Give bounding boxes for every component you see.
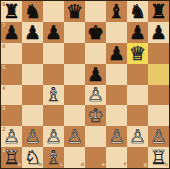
square-d1[interactable]: d	[64, 147, 85, 168]
black-pawn[interactable]: ♟	[150, 22, 167, 41]
square-h6[interactable]	[148, 43, 169, 64]
black-bishop[interactable]: ♝	[108, 1, 125, 20]
square-b6[interactable]	[22, 43, 43, 64]
square-e8[interactable]	[85, 1, 106, 22]
square-e2[interactable]	[85, 126, 106, 147]
square-e3[interactable]: ♔	[85, 105, 106, 126]
square-a5[interactable]: 5	[1, 64, 22, 85]
square-d2[interactable]: ♙	[64, 126, 85, 147]
square-h1[interactable]: h♖	[148, 147, 169, 168]
square-c7[interactable]: ♟	[43, 22, 64, 43]
rank-label-4: 4	[2, 86, 5, 91]
square-b2[interactable]: ♙	[22, 126, 43, 147]
square-h4[interactable]	[148, 85, 169, 106]
white-bishop[interactable]: ♗	[45, 85, 62, 104]
black-rook[interactable]: ♜	[3, 1, 20, 20]
white-pawn[interactable]: ♙	[87, 85, 104, 104]
square-b4[interactable]	[22, 85, 43, 106]
square-e4[interactable]: ♙	[85, 85, 106, 106]
square-b3[interactable]	[22, 105, 43, 126]
square-d5[interactable]	[64, 64, 85, 85]
file-label-e: e	[102, 162, 105, 167]
square-d3[interactable]	[64, 105, 85, 126]
square-f3[interactable]	[106, 105, 127, 126]
rank-label-6: 6	[2, 44, 5, 49]
white-knight[interactable]: ♘	[24, 148, 41, 167]
black-knight[interactable]: ♞	[129, 1, 146, 20]
square-d8[interactable]: ♛	[64, 1, 85, 22]
square-e6[interactable]	[85, 43, 106, 64]
square-h7[interactable]: ♟	[148, 22, 169, 43]
white-pawn[interactable]: ♙	[150, 127, 167, 146]
chess-board-frame: 8♜♞♛♝♞♜7♟♟♟♚♟♟6♟♕5♟4♗♙3♔2♙♙♙♙♙♙♙1a♖b♘c♗d…	[0, 0, 170, 169]
white-rook[interactable]: ♖	[3, 148, 20, 167]
square-g3[interactable]	[127, 105, 148, 126]
rank-label-5: 5	[2, 65, 5, 70]
black-pawn[interactable]: ♟	[3, 22, 20, 41]
square-d4[interactable]	[64, 85, 85, 106]
black-pawn[interactable]: ♟	[87, 64, 104, 83]
square-f8[interactable]: ♝	[106, 1, 127, 22]
square-c2[interactable]: ♙	[43, 126, 64, 147]
square-c6[interactable]	[43, 43, 64, 64]
square-e5[interactable]: ♟	[85, 64, 106, 85]
square-a4[interactable]: 4	[1, 85, 22, 106]
square-a7[interactable]: 7♟	[1, 22, 22, 43]
white-pawn[interactable]: ♙	[45, 127, 62, 146]
square-a8[interactable]: 8♜	[1, 1, 22, 22]
square-b8[interactable]: ♞	[22, 1, 43, 22]
black-queen[interactable]: ♛	[66, 1, 83, 20]
white-bishop[interactable]: ♗	[45, 148, 62, 167]
chess-board[interactable]: 8♜♞♛♝♞♜7♟♟♟♚♟♟6♟♕5♟4♗♙3♔2♙♙♙♙♙♙♙1a♖b♘c♗d…	[1, 1, 169, 168]
white-pawn[interactable]: ♙	[24, 127, 41, 146]
file-label-d: d	[80, 162, 84, 167]
square-b7[interactable]: ♟	[22, 22, 43, 43]
black-pawn[interactable]: ♟	[24, 22, 41, 41]
black-rook[interactable]: ♜	[150, 1, 167, 20]
square-c3[interactable]	[43, 105, 64, 126]
square-c1[interactable]: c♗	[43, 147, 64, 168]
square-e7[interactable]: ♚	[85, 22, 106, 43]
square-g6[interactable]: ♕	[127, 43, 148, 64]
white-pawn[interactable]: ♙	[108, 127, 125, 146]
square-c8[interactable]	[43, 1, 64, 22]
square-h8[interactable]: ♜	[148, 1, 169, 22]
black-king[interactable]: ♚	[87, 22, 104, 41]
square-a1[interactable]: 1a♖	[1, 147, 22, 168]
black-pawn[interactable]: ♟	[45, 22, 62, 41]
black-pawn[interactable]: ♟	[108, 43, 125, 62]
square-e1[interactable]: e	[85, 147, 106, 168]
square-f6[interactable]: ♟	[106, 43, 127, 64]
square-g2[interactable]: ♙	[127, 126, 148, 147]
square-a6[interactable]: 6	[1, 43, 22, 64]
square-a2[interactable]: 2♙	[1, 126, 22, 147]
square-h5[interactable]	[148, 64, 169, 85]
white-pawn[interactable]: ♙	[3, 127, 20, 146]
square-b1[interactable]: b♘	[22, 147, 43, 168]
square-f2[interactable]: ♙	[106, 126, 127, 147]
white-pawn[interactable]: ♙	[129, 127, 146, 146]
square-g8[interactable]: ♞	[127, 1, 148, 22]
square-h3[interactable]	[148, 105, 169, 126]
white-rook[interactable]: ♖	[150, 148, 167, 167]
square-g4[interactable]	[127, 85, 148, 106]
black-knight[interactable]: ♞	[24, 1, 41, 20]
square-c5[interactable]	[43, 64, 64, 85]
square-f4[interactable]	[106, 85, 127, 106]
square-f7[interactable]	[106, 22, 127, 43]
white-pawn[interactable]: ♙	[66, 127, 83, 146]
square-g5[interactable]	[127, 64, 148, 85]
white-queen[interactable]: ♕	[129, 43, 146, 62]
square-c4[interactable]: ♗	[43, 85, 64, 106]
square-a3[interactable]: 3	[1, 105, 22, 126]
white-king[interactable]: ♔	[87, 106, 104, 125]
rank-label-3: 3	[2, 106, 5, 111]
square-h2[interactable]: ♙	[148, 126, 169, 147]
square-b5[interactable]	[22, 64, 43, 85]
square-d6[interactable]	[64, 43, 85, 64]
square-d7[interactable]	[64, 22, 85, 43]
square-f5[interactable]	[106, 64, 127, 85]
file-label-f: f	[124, 162, 126, 167]
file-label-g: g	[143, 162, 147, 167]
square-g1[interactable]: g	[127, 147, 148, 168]
black-pawn[interactable]: ♟	[129, 22, 146, 41]
square-f1[interactable]: f	[106, 147, 127, 168]
square-g7[interactable]: ♟	[127, 22, 148, 43]
